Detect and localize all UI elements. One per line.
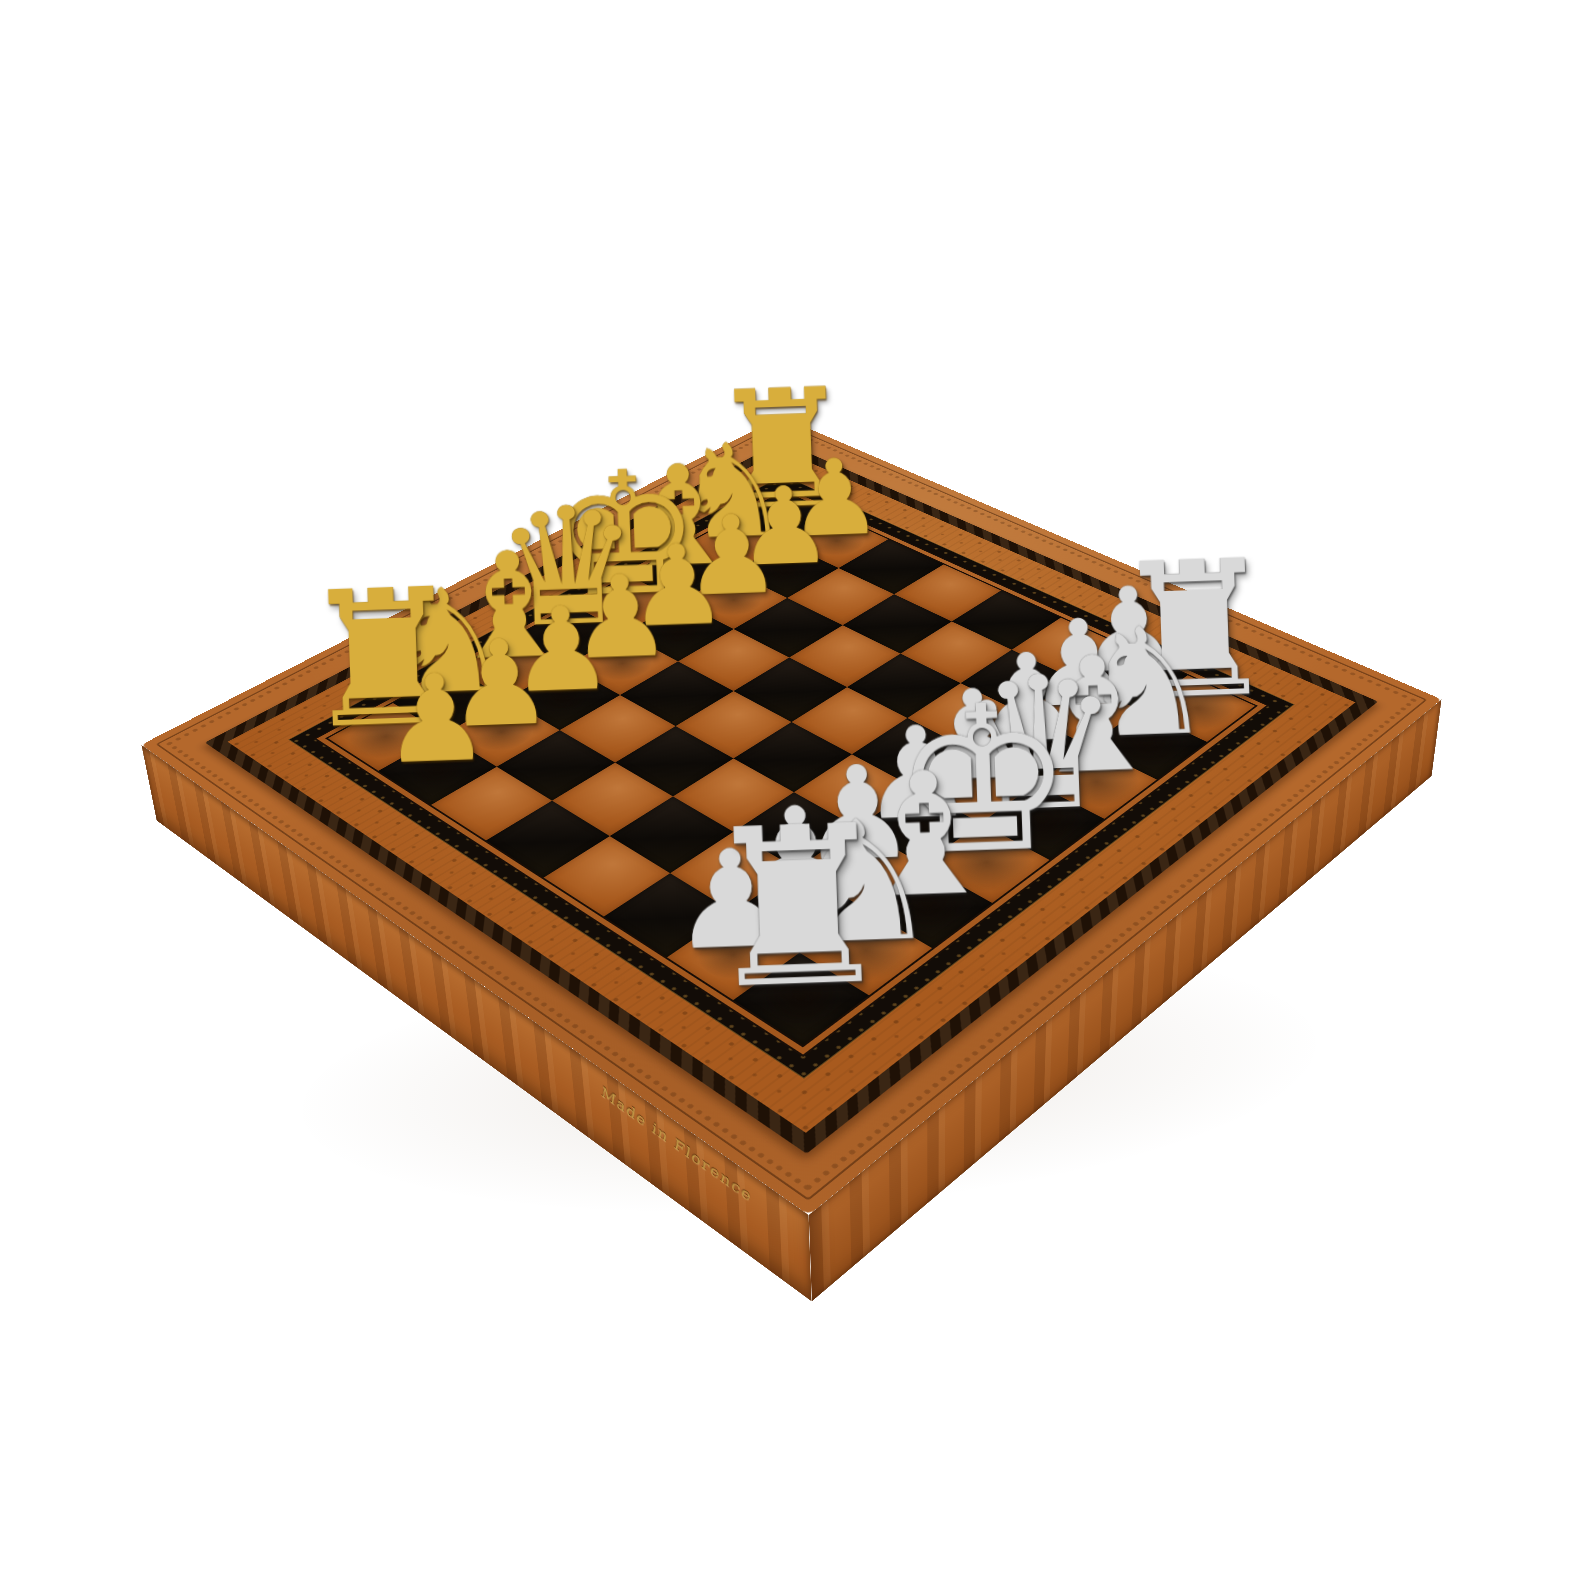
board-top-face: ♜♞♟♝♟♚♟♛♟♝♟♞♟♟♜♟♟♜♟♟♞♟♝♟♛♟♚♟♝♟♞♜ — [141, 417, 1441, 1215]
rook-icon: ♜ — [697, 795, 900, 1020]
pawn-icon: ♟ — [380, 656, 492, 780]
scene: ♜♞♟♝♟♚♟♛♟♝♟♞♟♟♜♟♟♜♟♟♞♟♝♟♛♟♚♟♝♟♞♜ Made in… — [0, 0, 1588, 1588]
